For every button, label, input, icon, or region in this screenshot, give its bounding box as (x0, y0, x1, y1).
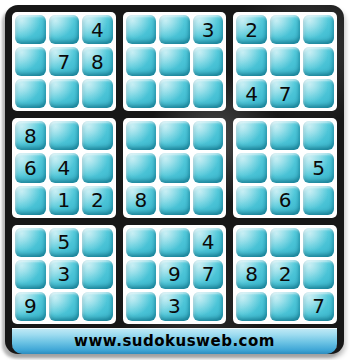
cell-r5c8[interactable] (270, 153, 301, 182)
cell-r3c3[interactable] (82, 79, 113, 108)
cell-r2c8[interactable] (270, 47, 301, 76)
cell-r6c9[interactable] (303, 186, 334, 215)
sudoku-box-7: 539 (12, 225, 116, 324)
cell-r3c4[interactable] (126, 79, 157, 108)
cell-r9c8[interactable] (270, 292, 301, 321)
cell-r9c5[interactable]: 3 (159, 292, 190, 321)
cell-r5c7[interactable] (236, 153, 267, 182)
cell-r6c3[interactable]: 2 (82, 186, 113, 215)
cell-r8c1[interactable] (15, 260, 46, 289)
cell-r5c3[interactable] (82, 153, 113, 182)
cell-r8c3[interactable] (82, 260, 113, 289)
cell-r4c1[interactable]: 8 (15, 121, 46, 150)
cell-r1c5[interactable] (159, 15, 190, 44)
cell-r4c3[interactable] (82, 121, 113, 150)
cell-r3c7[interactable]: 4 (236, 79, 267, 108)
cell-r2c2[interactable]: 7 (49, 47, 80, 76)
cell-r6c8[interactable]: 6 (270, 186, 301, 215)
cell-r9c9[interactable]: 7 (303, 292, 334, 321)
footer-bar: www.sudokusweb.com (12, 328, 337, 354)
cell-r6c1[interactable] (15, 186, 46, 215)
cell-r1c8[interactable] (270, 15, 301, 44)
cell-r7c7[interactable] (236, 228, 267, 257)
cell-r6c7[interactable] (236, 186, 267, 215)
cell-r3c1[interactable] (15, 79, 46, 108)
sudoku-box-9: 827 (233, 225, 337, 324)
cell-r9c2[interactable] (49, 292, 80, 321)
sudoku-box-6: 56 (233, 118, 337, 217)
cell-r1c7[interactable]: 2 (236, 15, 267, 44)
cell-r2c9[interactable] (303, 47, 334, 76)
cell-r4c2[interactable] (49, 121, 80, 150)
cell-r1c4[interactable] (126, 15, 157, 44)
cell-r9c1[interactable]: 9 (15, 292, 46, 321)
page-background: 4783247864128565394973827 www.sudokusweb… (0, 0, 350, 360)
cell-r8c5[interactable]: 9 (159, 260, 190, 289)
sudoku-box-3: 247 (233, 12, 337, 111)
cell-r2c5[interactable] (159, 47, 190, 76)
cell-r8c8[interactable]: 2 (270, 260, 301, 289)
cell-r2c4[interactable] (126, 47, 157, 76)
cell-r8c6[interactable]: 7 (193, 260, 224, 289)
cell-r5c6[interactable] (193, 153, 224, 182)
sudoku-board: 4783247864128565394973827 www.sudokusweb… (5, 5, 344, 354)
cell-r5c9[interactable]: 5 (303, 153, 334, 182)
cell-r2c6[interactable] (193, 47, 224, 76)
cell-r1c3[interactable]: 4 (82, 15, 113, 44)
cell-r4c7[interactable] (236, 121, 267, 150)
cell-r6c2[interactable]: 1 (49, 186, 80, 215)
sudoku-box-8: 4973 (123, 225, 227, 324)
cell-r5c5[interactable] (159, 153, 190, 182)
cell-r9c3[interactable] (82, 292, 113, 321)
cell-r7c3[interactable] (82, 228, 113, 257)
sudoku-box-2: 3 (123, 12, 227, 111)
cell-r7c4[interactable] (126, 228, 157, 257)
cell-r7c9[interactable] (303, 228, 334, 257)
cell-r7c8[interactable] (270, 228, 301, 257)
cell-r8c9[interactable] (303, 260, 334, 289)
cell-r5c2[interactable]: 4 (49, 153, 80, 182)
cell-r5c1[interactable]: 6 (15, 153, 46, 182)
cell-r9c6[interactable] (193, 292, 224, 321)
cell-r1c9[interactable] (303, 15, 334, 44)
cell-r3c9[interactable] (303, 79, 334, 108)
cell-r4c4[interactable] (126, 121, 157, 150)
sudoku-box-4: 86412 (12, 118, 116, 217)
cell-r2c7[interactable] (236, 47, 267, 76)
sudoku-box-1: 478 (12, 12, 116, 111)
sudoku-box-5: 8 (123, 118, 227, 217)
cell-r3c2[interactable] (49, 79, 80, 108)
cell-r4c9[interactable] (303, 121, 334, 150)
cell-r6c5[interactable] (159, 186, 190, 215)
cell-r7c2[interactable]: 5 (49, 228, 80, 257)
cell-r5c4[interactable] (126, 153, 157, 182)
cell-r4c5[interactable] (159, 121, 190, 150)
cell-r9c4[interactable] (126, 292, 157, 321)
cell-r7c5[interactable] (159, 228, 190, 257)
cell-r7c1[interactable] (15, 228, 46, 257)
cell-r2c1[interactable] (15, 47, 46, 76)
cell-r8c4[interactable] (126, 260, 157, 289)
cell-r8c2[interactable]: 3 (49, 260, 80, 289)
sudoku-grid: 4783247864128565394973827 (12, 12, 337, 324)
cell-r3c6[interactable] (193, 79, 224, 108)
cell-r4c6[interactable] (193, 121, 224, 150)
cell-r9c7[interactable] (236, 292, 267, 321)
cell-r1c1[interactable] (15, 15, 46, 44)
cell-r6c6[interactable] (193, 186, 224, 215)
cell-r8c7[interactable]: 8 (236, 260, 267, 289)
website-link[interactable]: www.sudokusweb.com (74, 332, 275, 350)
cell-r6c4[interactable]: 8 (126, 186, 157, 215)
cell-r4c8[interactable] (270, 121, 301, 150)
cell-r3c5[interactable] (159, 79, 190, 108)
cell-r2c3[interactable]: 8 (82, 47, 113, 76)
cell-r1c2[interactable] (49, 15, 80, 44)
cell-r1c6[interactable]: 3 (193, 15, 224, 44)
cell-r7c6[interactable]: 4 (193, 228, 224, 257)
cell-r3c8[interactable]: 7 (270, 79, 301, 108)
